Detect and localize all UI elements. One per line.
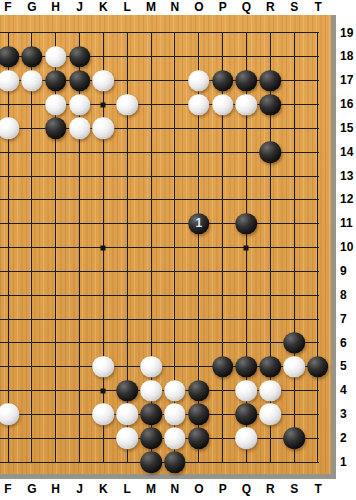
intersection-S13[interactable] (282, 164, 306, 188)
intersection-J2[interactable] (68, 426, 92, 450)
intersection-Q14[interactable] (235, 140, 259, 164)
intersection-S5[interactable] (282, 355, 306, 379)
intersection-N11[interactable] (163, 212, 187, 236)
intersection-T10[interactable] (306, 236, 330, 260)
intersection-K18[interactable] (91, 45, 115, 69)
intersection-H15[interactable] (44, 116, 68, 140)
intersection-Q2[interactable] (235, 426, 259, 450)
intersection-M15[interactable] (139, 116, 163, 140)
intersection-N13[interactable] (163, 164, 187, 188)
intersection-L13[interactable] (115, 164, 139, 188)
intersection-S4[interactable] (282, 379, 306, 403)
intersection-P9[interactable] (211, 260, 235, 284)
intersection-O9[interactable] (187, 260, 211, 284)
intersection-M5[interactable] (139, 355, 163, 379)
intersection-S3[interactable] (282, 403, 306, 427)
intersection-N6[interactable] (163, 331, 187, 355)
intersection-M11[interactable] (139, 212, 163, 236)
intersection-J19[interactable] (68, 21, 92, 45)
intersection-H16[interactable] (44, 93, 68, 117)
intersection-N14[interactable] (163, 140, 187, 164)
intersection-L12[interactable] (115, 188, 139, 212)
intersection-F4[interactable] (0, 379, 20, 403)
intersection-N2[interactable] (163, 426, 187, 450)
intersection-M1[interactable] (139, 450, 163, 474)
intersection-F2[interactable] (0, 426, 20, 450)
intersection-J7[interactable] (68, 307, 92, 331)
column-label-bottom-Q: Q (242, 482, 251, 497)
intersection-J4[interactable] (68, 379, 92, 403)
intersection-S11[interactable] (282, 212, 306, 236)
intersection-H3[interactable] (44, 403, 68, 427)
intersection-G5[interactable] (20, 355, 44, 379)
intersection-N5[interactable] (163, 355, 187, 379)
column-label-bottom-S: S (290, 482, 298, 497)
intersection-N7[interactable] (163, 307, 187, 331)
intersection-O12[interactable] (187, 188, 211, 212)
intersection-G1[interactable] (20, 450, 44, 474)
intersection-O4[interactable] (187, 379, 211, 403)
intersection-S16[interactable] (282, 93, 306, 117)
intersection-O18[interactable] (187, 45, 211, 69)
intersection-T18[interactable] (306, 45, 330, 69)
intersection-J1[interactable] (68, 450, 92, 474)
intersection-R16[interactable] (258, 93, 282, 117)
intersection-J3[interactable] (68, 403, 92, 427)
intersection-R5[interactable] (258, 355, 282, 379)
intersection-O6[interactable] (187, 331, 211, 355)
intersection-S12[interactable] (282, 188, 306, 212)
intersection-S14[interactable] (282, 140, 306, 164)
intersection-Q9[interactable] (235, 260, 259, 284)
intersection-F11[interactable] (0, 212, 20, 236)
intersection-M14[interactable] (139, 140, 163, 164)
row-label-5: 5 (340, 359, 356, 374)
intersection-S19[interactable] (282, 21, 306, 45)
intersection-P13[interactable] (211, 164, 235, 188)
intersection-G6[interactable] (20, 331, 44, 355)
intersection-K13[interactable] (91, 164, 115, 188)
intersection-P12[interactable] (211, 188, 235, 212)
intersection-J12[interactable] (68, 188, 92, 212)
intersection-K3[interactable] (91, 403, 115, 427)
intersection-L15[interactable] (115, 116, 139, 140)
intersection-G12[interactable] (20, 188, 44, 212)
intersection-M10[interactable] (139, 236, 163, 260)
intersection-R8[interactable] (258, 283, 282, 307)
intersection-Q10[interactable] (235, 236, 259, 260)
intersection-T13[interactable] (306, 164, 330, 188)
black-stone-O2 (188, 428, 210, 450)
intersection-K17[interactable] (91, 69, 115, 93)
intersection-N8[interactable] (163, 283, 187, 307)
intersection-J17[interactable] (68, 69, 92, 93)
intersection-L7[interactable] (115, 307, 139, 331)
white-stone-O16 (188, 94, 210, 116)
intersection-M8[interactable] (139, 283, 163, 307)
intersection-F19[interactable] (0, 21, 20, 45)
intersection-R4[interactable] (258, 379, 282, 403)
intersection-R9[interactable] (258, 260, 282, 284)
intersection-P5[interactable] (211, 355, 235, 379)
intersection-K6[interactable] (91, 331, 115, 355)
intersection-T16[interactable] (306, 93, 330, 117)
intersection-Q11[interactable] (235, 212, 259, 236)
intersection-S15[interactable] (282, 116, 306, 140)
intersection-S9[interactable] (282, 260, 306, 284)
intersection-L17[interactable] (115, 69, 139, 93)
intersection-S17[interactable] (282, 69, 306, 93)
intersection-Q19[interactable] (235, 21, 259, 45)
intersection-H2[interactable] (44, 426, 68, 450)
intersection-P10[interactable] (211, 236, 235, 260)
intersection-F8[interactable] (0, 283, 20, 307)
intersection-P3[interactable] (211, 403, 235, 427)
row-label-6: 6 (340, 336, 356, 351)
intersection-J15[interactable] (68, 116, 92, 140)
intersection-H7[interactable] (44, 307, 68, 331)
intersection-Q3[interactable] (235, 403, 259, 427)
intersection-F18[interactable] (0, 45, 20, 69)
intersection-H18[interactable] (44, 45, 68, 69)
intersection-H11[interactable] (44, 212, 68, 236)
intersection-S6[interactable] (282, 331, 306, 355)
intersection-F15[interactable] (0, 116, 20, 140)
intersection-G13[interactable] (20, 164, 44, 188)
intersection-P7[interactable] (211, 307, 235, 331)
intersection-L6[interactable] (115, 331, 139, 355)
black-stone-F18 (0, 46, 19, 68)
intersection-L18[interactable] (115, 45, 139, 69)
intersection-N16[interactable] (163, 93, 187, 117)
intersection-K15[interactable] (91, 116, 115, 140)
intersection-T11[interactable] (306, 212, 330, 236)
intersection-R2[interactable] (258, 426, 282, 450)
intersection-O15[interactable] (187, 116, 211, 140)
intersection-M3[interactable] (139, 403, 163, 427)
intersection-Q13[interactable] (235, 164, 259, 188)
intersection-H13[interactable] (44, 164, 68, 188)
intersection-M18[interactable] (139, 45, 163, 69)
intersection-N18[interactable] (163, 45, 187, 69)
black-stone-Q17 (236, 70, 258, 92)
intersection-H14[interactable] (44, 140, 68, 164)
intersection-P18[interactable] (211, 45, 235, 69)
black-stone-S2 (283, 428, 305, 450)
intersection-T14[interactable] (306, 140, 330, 164)
intersection-P19[interactable] (211, 21, 235, 45)
intersection-R18[interactable] (258, 45, 282, 69)
intersection-R13[interactable] (258, 164, 282, 188)
intersection-J18[interactable] (68, 45, 92, 69)
black-stone-R14 (260, 141, 282, 163)
column-label-bottom-G: G (27, 482, 36, 497)
intersection-K10[interactable] (91, 236, 115, 260)
intersection-G15[interactable] (20, 116, 44, 140)
row-label-12: 12 (340, 192, 356, 207)
intersection-O10[interactable] (187, 236, 211, 260)
intersection-T9[interactable] (306, 260, 330, 284)
intersection-N9[interactable] (163, 260, 187, 284)
black-stone-L4 (116, 380, 138, 402)
intersection-T7[interactable] (306, 307, 330, 331)
intersection-Q12[interactable] (235, 188, 259, 212)
intersection-P1[interactable] (211, 450, 235, 474)
intersection-Q6[interactable] (235, 331, 259, 355)
intersection-T5[interactable] (306, 355, 330, 379)
row-label-16: 16 (340, 97, 356, 112)
intersection-M6[interactable] (139, 331, 163, 355)
intersection-Q5[interactable] (235, 355, 259, 379)
intersection-Q8[interactable] (235, 283, 259, 307)
intersection-N17[interactable] (163, 69, 187, 93)
intersection-O16[interactable] (187, 93, 211, 117)
intersection-M17[interactable] (139, 69, 163, 93)
intersection-T4[interactable] (306, 379, 330, 403)
white-stone-F3 (0, 404, 19, 426)
intersection-H17[interactable] (44, 69, 68, 93)
intersection-G19[interactable] (20, 21, 44, 45)
intersection-H19[interactable] (44, 21, 68, 45)
intersection-N3[interactable] (163, 403, 187, 427)
black-stone-P5 (212, 356, 234, 378)
intersection-R12[interactable] (258, 188, 282, 212)
intersection-K9[interactable] (91, 260, 115, 284)
intersection-R3[interactable] (258, 403, 282, 427)
intersection-O1[interactable] (187, 450, 211, 474)
intersection-G7[interactable] (20, 307, 44, 331)
intersection-P17[interactable] (211, 69, 235, 93)
intersection-L4[interactable] (115, 379, 139, 403)
intersection-L2[interactable] (115, 426, 139, 450)
intersection-T12[interactable] (306, 188, 330, 212)
intersection-F9[interactable] (0, 260, 20, 284)
intersection-T6[interactable] (306, 331, 330, 355)
intersection-P16[interactable] (211, 93, 235, 117)
intersection-T8[interactable] (306, 283, 330, 307)
intersection-G17[interactable] (20, 69, 44, 93)
intersection-R14[interactable] (258, 140, 282, 164)
intersection-L3[interactable] (115, 403, 139, 427)
intersection-J8[interactable] (68, 283, 92, 307)
intersection-H6[interactable] (44, 331, 68, 355)
intersection-O5[interactable] (187, 355, 211, 379)
intersection-S1[interactable] (282, 450, 306, 474)
intersection-R10[interactable] (258, 236, 282, 260)
intersection-J11[interactable] (68, 212, 92, 236)
intersection-J6[interactable] (68, 331, 92, 355)
intersection-J10[interactable] (68, 236, 92, 260)
intersection-H8[interactable] (44, 283, 68, 307)
intersection-P2[interactable] (211, 426, 235, 450)
intersection-J16[interactable] (68, 93, 92, 117)
intersection-H4[interactable] (44, 379, 68, 403)
intersection-H9[interactable] (44, 260, 68, 284)
intersection-K7[interactable] (91, 307, 115, 331)
intersection-N10[interactable] (163, 236, 187, 260)
intersection-T19[interactable] (306, 21, 330, 45)
intersection-R11[interactable] (258, 212, 282, 236)
black-stone-S6 (283, 332, 305, 354)
intersection-K11[interactable] (91, 212, 115, 236)
intersection-K2[interactable] (91, 426, 115, 450)
black-stone-N1 (164, 451, 186, 473)
intersection-T2[interactable] (306, 426, 330, 450)
intersection-Q7[interactable] (235, 307, 259, 331)
intersection-R19[interactable] (258, 21, 282, 45)
intersection-G14[interactable] (20, 140, 44, 164)
intersection-S2[interactable] (282, 426, 306, 450)
column-label-top-F: F (4, 0, 11, 15)
intersection-O19[interactable] (187, 21, 211, 45)
intersection-F13[interactable] (0, 164, 20, 188)
intersection-G10[interactable] (20, 236, 44, 260)
intersection-G3[interactable] (20, 403, 44, 427)
intersection-H5[interactable] (44, 355, 68, 379)
intersection-O2[interactable] (187, 426, 211, 450)
intersection-L9[interactable] (115, 260, 139, 284)
intersection-R6[interactable] (258, 331, 282, 355)
intersection-Q17[interactable] (235, 69, 259, 93)
intersection-N15[interactable] (163, 116, 187, 140)
intersection-K19[interactable] (91, 21, 115, 45)
intersection-K1[interactable] (91, 450, 115, 474)
intersection-M4[interactable] (139, 379, 163, 403)
intersection-F3[interactable] (0, 403, 20, 427)
intersection-O17[interactable] (187, 69, 211, 93)
intersection-F17[interactable] (0, 69, 20, 93)
intersection-M16[interactable] (139, 93, 163, 117)
intersection-O7[interactable] (187, 307, 211, 331)
column-label-top-N: N (171, 0, 180, 15)
intersection-F12[interactable] (0, 188, 20, 212)
intersection-T1[interactable] (306, 450, 330, 474)
intersection-F10[interactable] (0, 236, 20, 260)
intersection-R1[interactable] (258, 450, 282, 474)
intersection-P15[interactable] (211, 116, 235, 140)
intersection-L8[interactable] (115, 283, 139, 307)
intersection-R7[interactable] (258, 307, 282, 331)
intersection-M2[interactable] (139, 426, 163, 450)
intersection-K12[interactable] (91, 188, 115, 212)
intersection-F5[interactable] (0, 355, 20, 379)
intersection-L14[interactable] (115, 140, 139, 164)
intersection-P14[interactable] (211, 140, 235, 164)
intersection-F6[interactable] (0, 331, 20, 355)
intersection-K16[interactable] (91, 93, 115, 117)
intersection-L16[interactable] (115, 93, 139, 117)
intersection-F7[interactable] (0, 307, 20, 331)
intersection-Q4[interactable] (235, 379, 259, 403)
white-stone-J15 (69, 118, 91, 140)
white-stone-J16 (69, 94, 91, 116)
intersection-R17[interactable] (258, 69, 282, 93)
intersection-S7[interactable] (282, 307, 306, 331)
intersection-T3[interactable] (306, 403, 330, 427)
intersection-K5[interactable] (91, 355, 115, 379)
intersection-K4[interactable] (91, 379, 115, 403)
intersection-Q15[interactable] (235, 116, 259, 140)
intersection-G16[interactable] (20, 93, 44, 117)
intersection-O3[interactable] (187, 403, 211, 427)
intersection-O14[interactable] (187, 140, 211, 164)
intersection-F14[interactable] (0, 140, 20, 164)
intersection-G8[interactable] (20, 283, 44, 307)
intersection-K8[interactable] (91, 283, 115, 307)
intersection-P11[interactable] (211, 212, 235, 236)
intersection-P6[interactable] (211, 331, 235, 355)
intersection-M9[interactable] (139, 260, 163, 284)
intersection-H12[interactable] (44, 188, 68, 212)
intersection-S10[interactable] (282, 236, 306, 260)
white-stone-L16 (116, 94, 138, 116)
board-edge-right (331, 15, 336, 479)
column-label-bottom-N: N (171, 482, 180, 497)
intersection-M12[interactable] (139, 188, 163, 212)
intersection-G11[interactable] (20, 212, 44, 236)
intersection-O13[interactable] (187, 164, 211, 188)
white-stone-K3 (93, 404, 115, 426)
intersection-N12[interactable] (163, 188, 187, 212)
intersection-L19[interactable] (115, 21, 139, 45)
intersection-F16[interactable] (0, 93, 20, 117)
intersection-G9[interactable] (20, 260, 44, 284)
white-stone-Q2 (236, 428, 258, 450)
intersection-S8[interactable] (282, 283, 306, 307)
intersection-N4[interactable] (163, 379, 187, 403)
intersection-L10[interactable] (115, 236, 139, 260)
intersection-S18[interactable] (282, 45, 306, 69)
intersection-M19[interactable] (139, 21, 163, 45)
column-label-bottom-O: O (194, 482, 203, 497)
intersection-G2[interactable] (20, 426, 44, 450)
intersection-O8[interactable] (187, 283, 211, 307)
intersection-H1[interactable] (44, 450, 68, 474)
white-stone-Q16 (236, 94, 258, 116)
intersection-J14[interactable] (68, 140, 92, 164)
black-stone-M2 (140, 428, 162, 450)
intersection-P4[interactable] (211, 379, 235, 403)
black-stone-J17 (69, 70, 91, 92)
intersection-J9[interactable] (68, 260, 92, 284)
intersection-T17[interactable] (306, 69, 330, 93)
white-stone-N2 (164, 428, 186, 450)
intersection-Q1[interactable] (235, 450, 259, 474)
intersection-T15[interactable] (306, 116, 330, 140)
intersection-R15[interactable] (258, 116, 282, 140)
intersection-J5[interactable] (68, 355, 92, 379)
row-label-9: 9 (340, 264, 356, 279)
intersection-Q18[interactable] (235, 45, 259, 69)
intersection-P8[interactable] (211, 283, 235, 307)
intersection-F1[interactable] (0, 450, 20, 474)
intersection-G4[interactable] (20, 379, 44, 403)
intersection-G18[interactable] (20, 45, 44, 69)
intersection-L11[interactable] (115, 212, 139, 236)
intersection-M7[interactable] (139, 307, 163, 331)
intersection-O11[interactable]: 1 (187, 212, 211, 236)
intersection-H10[interactable] (44, 236, 68, 260)
intersection-L1[interactable] (115, 450, 139, 474)
intersection-N19[interactable] (163, 21, 187, 45)
intersection-N1[interactable] (163, 450, 187, 474)
intersection-M13[interactable] (139, 164, 163, 188)
intersection-Q16[interactable] (235, 93, 259, 117)
intersection-K14[interactable] (91, 140, 115, 164)
intersection-J13[interactable] (68, 164, 92, 188)
intersection-L5[interactable] (115, 355, 139, 379)
white-stone-Q4 (236, 380, 258, 402)
